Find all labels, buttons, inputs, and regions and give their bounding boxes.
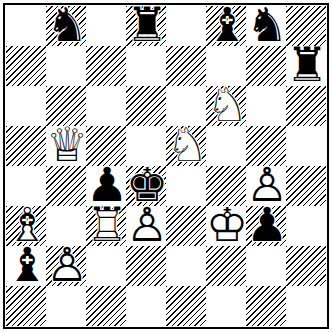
black-piece-glyph: ♝: [206, 6, 246, 44]
square-d4[interactable]: ♚: [126, 166, 166, 206]
black-piece-glyph: ♝: [6, 246, 46, 284]
square-e4[interactable]: [166, 166, 206, 206]
square-f4[interactable]: [206, 166, 246, 206]
black-piece-glyph: ♟: [86, 166, 126, 204]
white-piece-fill: ♛: [46, 126, 86, 164]
square-c5[interactable]: [86, 126, 126, 166]
square-h6[interactable]: [286, 86, 326, 126]
square-g1[interactable]: [246, 286, 286, 326]
piece-a3: ♝♗: [6, 206, 46, 246]
piece-c3: ♜♖: [86, 206, 126, 246]
square-b5[interactable]: ♛♕: [46, 126, 86, 166]
white-piece-fill: ♞: [206, 86, 246, 124]
square-g8[interactable]: ♞: [246, 6, 286, 46]
square-d6[interactable]: [126, 86, 166, 126]
black-piece-glyph: ♟: [246, 206, 286, 244]
square-g5[interactable]: [246, 126, 286, 166]
white-piece-outline: ♗: [6, 206, 46, 244]
black-piece-glyph: ♜: [286, 46, 326, 84]
square-h3[interactable]: [286, 206, 326, 246]
piece-d4: ♚: [126, 166, 166, 206]
piece-h7: ♜: [286, 46, 326, 86]
piece-b2: ♟♙: [46, 246, 86, 286]
white-piece-outline: ♕: [46, 126, 86, 164]
square-d1[interactable]: [126, 286, 166, 326]
square-f5[interactable]: [206, 126, 246, 166]
black-piece-glyph: ♚: [126, 166, 166, 204]
white-piece-fill: ♟: [126, 206, 166, 244]
white-piece-fill: ♚: [206, 206, 246, 244]
square-b7[interactable]: [46, 46, 86, 86]
square-c3[interactable]: ♜♖: [86, 206, 126, 246]
square-a6[interactable]: [6, 86, 46, 126]
square-e3[interactable]: [166, 206, 206, 246]
square-h4[interactable]: [286, 166, 326, 206]
square-a4[interactable]: [6, 166, 46, 206]
piece-f8: ♝: [206, 6, 246, 46]
white-piece-outline: ♔: [206, 206, 246, 244]
square-c4[interactable]: ♟: [86, 166, 126, 206]
square-c1[interactable]: [86, 286, 126, 326]
square-f6[interactable]: ♞♘: [206, 86, 246, 126]
square-e5[interactable]: ♞♘: [166, 126, 206, 166]
chess-diagram: ♞♜♝♞♜♞♘♛♕♞♘♟♚♟♙♝♗♜♖♟♙♚♔♟♝♟♙: [0, 0, 332, 332]
white-piece-outline: ♘: [166, 126, 206, 164]
piece-d3: ♟♙: [126, 206, 166, 246]
square-c2[interactable]: [86, 246, 126, 286]
black-piece-glyph: ♞: [46, 6, 86, 44]
black-piece-glyph: ♜: [126, 6, 166, 44]
piece-c4: ♟: [86, 166, 126, 206]
square-f7[interactable]: [206, 46, 246, 86]
square-e6[interactable]: [166, 86, 206, 126]
square-c8[interactable]: [86, 6, 126, 46]
white-piece-fill: ♟: [246, 166, 286, 204]
chess-board: ♞♜♝♞♜♞♘♛♕♞♘♟♚♟♙♝♗♜♖♟♙♚♔♟♝♟♙: [6, 6, 326, 326]
piece-a2: ♝: [6, 246, 46, 286]
square-e2[interactable]: [166, 246, 206, 286]
square-d3[interactable]: ♟♙: [126, 206, 166, 246]
piece-f6: ♞♘: [206, 86, 246, 126]
piece-b5: ♛♕: [46, 126, 86, 166]
square-a2[interactable]: ♝: [6, 246, 46, 286]
piece-g4: ♟♙: [246, 166, 286, 206]
square-b4[interactable]: [46, 166, 86, 206]
square-d5[interactable]: [126, 126, 166, 166]
white-piece-fill: ♝: [6, 206, 46, 244]
piece-f3: ♚♔: [206, 206, 246, 246]
square-g7[interactable]: [246, 46, 286, 86]
black-piece-glyph: ♞: [246, 6, 286, 44]
square-f1[interactable]: [206, 286, 246, 326]
square-f8[interactable]: ♝: [206, 6, 246, 46]
square-h2[interactable]: [286, 246, 326, 286]
square-a8[interactable]: [6, 6, 46, 46]
square-a1[interactable]: [6, 286, 46, 326]
piece-b8: ♞: [46, 6, 86, 46]
square-h1[interactable]: [286, 286, 326, 326]
square-d2[interactable]: [126, 246, 166, 286]
white-piece-outline: ♙: [46, 246, 86, 284]
white-piece-outline: ♘: [206, 86, 246, 124]
square-c6[interactable]: [86, 86, 126, 126]
white-piece-outline: ♙: [246, 166, 286, 204]
square-a5[interactable]: [6, 126, 46, 166]
square-b1[interactable]: [46, 286, 86, 326]
square-h7[interactable]: ♜: [286, 46, 326, 86]
square-e1[interactable]: [166, 286, 206, 326]
square-b3[interactable]: [46, 206, 86, 246]
square-a7[interactable]: [6, 46, 46, 86]
white-piece-fill: ♜: [86, 206, 126, 244]
square-e7[interactable]: [166, 46, 206, 86]
square-g4[interactable]: ♟♙: [246, 166, 286, 206]
square-b8[interactable]: ♞: [46, 6, 86, 46]
square-b2[interactable]: ♟♙: [46, 246, 86, 286]
square-d7[interactable]: [126, 46, 166, 86]
square-f2[interactable]: [206, 246, 246, 286]
square-c7[interactable]: [86, 46, 126, 86]
square-b6[interactable]: [46, 86, 86, 126]
piece-g8: ♞: [246, 6, 286, 46]
piece-d8: ♜: [126, 6, 166, 46]
white-piece-outline: ♖: [86, 206, 126, 244]
square-g6[interactable]: [246, 86, 286, 126]
piece-e5: ♞♘: [166, 126, 206, 166]
square-g3[interactable]: ♟: [246, 206, 286, 246]
square-h8[interactable]: [286, 6, 326, 46]
square-g2[interactable]: [246, 246, 286, 286]
square-f3[interactable]: ♚♔: [206, 206, 246, 246]
square-d8[interactable]: ♜: [126, 6, 166, 46]
board-frame: ♞♜♝♞♜♞♘♛♕♞♘♟♚♟♙♝♗♜♖♟♙♚♔♟♝♟♙: [3, 3, 329, 329]
piece-g3: ♟: [246, 206, 286, 246]
white-piece-outline: ♙: [126, 206, 166, 244]
white-piece-fill: ♟: [46, 246, 86, 284]
square-h5[interactable]: [286, 126, 326, 166]
square-a3[interactable]: ♝♗: [6, 206, 46, 246]
white-piece-fill: ♞: [166, 126, 206, 164]
square-e8[interactable]: [166, 6, 206, 46]
